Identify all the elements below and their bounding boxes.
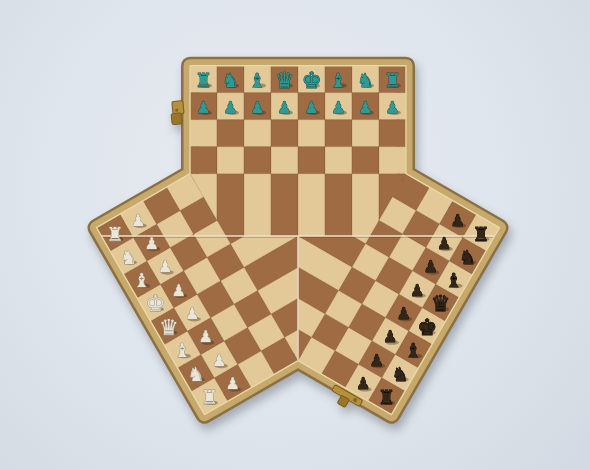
teal-knight[interactable]: ♞: [222, 69, 239, 91]
white-rook[interactable]: ♜: [106, 223, 123, 245]
top-cell-r3-f8[interactable]: [379, 120, 406, 147]
black-pawn[interactable]: ♟: [410, 281, 426, 300]
svg-text:♝: ♝: [249, 69, 266, 91]
black-bishop[interactable]: ♝: [446, 269, 463, 291]
svg-text:♜: ♜: [378, 386, 395, 408]
svg-text:♟: ♟: [196, 98, 210, 117]
svg-text:♟: ♟: [185, 304, 199, 323]
top-cell-r4-f7[interactable]: [352, 147, 379, 174]
svg-text:♟: ♟: [424, 257, 438, 276]
svg-text:♟: ♟: [370, 351, 384, 370]
top-cell-r4-f6[interactable]: [325, 147, 352, 174]
three-player-chess-board: ♜♟♞♟♝♟♛♟♚♟♝♟♞♟♜♟♜♟♞♟♝♟♛♟♚♟♝♟♞♟♜♟♜♟♞♟♝♟♛♟…: [0, 0, 590, 470]
svg-text:♟: ♟: [383, 327, 397, 346]
white-pawn[interactable]: ♟: [131, 211, 147, 230]
top-cell-r4-f3[interactable]: [244, 147, 271, 174]
white-pawn[interactable]: ♟: [145, 234, 161, 253]
top-cell-r3-f6[interactable]: [325, 120, 352, 147]
svg-text:♞: ♞: [187, 363, 204, 385]
teal-queen[interactable]: ♛: [275, 68, 295, 93]
black-rook[interactable]: ♜: [378, 386, 395, 408]
black-king[interactable]: ♚: [417, 315, 437, 340]
top-cell-r4-f1[interactable]: [190, 147, 217, 174]
top-cell-r3-f3[interactable]: [244, 120, 271, 147]
teal-pawn[interactable]: ♟: [196, 98, 212, 117]
teal-pawn[interactable]: ♟: [223, 98, 239, 117]
white-queen[interactable]: ♛: [159, 315, 179, 340]
svg-text:♚: ♚: [417, 315, 437, 340]
teal-pawn[interactable]: ♟: [277, 98, 293, 117]
black-queen[interactable]: ♛: [431, 291, 451, 316]
black-pawn[interactable]: ♟: [356, 374, 372, 393]
teal-bishop[interactable]: ♝: [330, 69, 347, 91]
svg-text:♜: ♜: [473, 223, 490, 245]
svg-text:♛: ♛: [275, 68, 295, 93]
svg-text:♟: ♟: [145, 234, 159, 253]
black-bishop[interactable]: ♝: [405, 339, 422, 361]
svg-text:♟: ♟: [223, 98, 237, 117]
svg-text:♞: ♞: [392, 363, 409, 385]
teal-rook[interactable]: ♜: [384, 69, 401, 91]
svg-text:♟: ♟: [304, 98, 318, 117]
top-cell-r3-f2[interactable]: [217, 120, 244, 147]
svg-text:♟: ♟: [158, 257, 172, 276]
svg-text:♟: ♟: [397, 304, 411, 323]
black-pawn[interactable]: ♟: [370, 351, 386, 370]
top-cell-r3-f5[interactable]: [298, 120, 325, 147]
svg-text:♞: ♞: [222, 69, 239, 91]
top-cell-r4-f5[interactable]: [298, 147, 325, 174]
teal-pawn[interactable]: ♟: [358, 98, 374, 117]
svg-text:♝: ♝: [133, 269, 150, 291]
white-rook[interactable]: ♜: [201, 386, 218, 408]
svg-text:♜: ♜: [195, 69, 212, 91]
svg-text:♟: ♟: [277, 98, 291, 117]
top-cell-r4-f4[interactable]: [271, 147, 298, 174]
white-pawn[interactable]: ♟: [226, 374, 242, 393]
svg-text:♝: ♝: [174, 339, 191, 361]
white-knight[interactable]: ♞: [187, 363, 204, 385]
photo-stage: ♜♟♞♟♝♟♛♟♚♟♝♟♞♟♜♟♜♟♞♟♝♟♛♟♚♟♝♟♞♟♜♟♜♟♞♟♝♟♛♟…: [0, 0, 590, 470]
teal-rook[interactable]: ♜: [195, 69, 212, 91]
svg-text:♚: ♚: [146, 291, 166, 316]
teal-pawn[interactable]: ♟: [304, 98, 320, 117]
white-knight[interactable]: ♞: [120, 246, 137, 268]
teal-king[interactable]: ♚: [302, 68, 322, 93]
top-cell-r3-f7[interactable]: [352, 120, 379, 147]
svg-text:♟: ♟: [172, 281, 186, 300]
teal-pawn[interactable]: ♟: [385, 98, 401, 117]
svg-text:♟: ♟: [437, 234, 451, 253]
white-pawn[interactable]: ♟: [185, 304, 201, 323]
svg-text:♜: ♜: [106, 223, 123, 245]
white-king[interactable]: ♚: [146, 291, 166, 316]
white-pawn[interactable]: ♟: [158, 257, 174, 276]
svg-text:♞: ♞: [459, 246, 476, 268]
top-cell-r3-f1[interactable]: [190, 120, 217, 147]
teal-pawn[interactable]: ♟: [331, 98, 347, 117]
white-pawn[interactable]: ♟: [199, 327, 215, 346]
teal-bishop[interactable]: ♝: [249, 69, 266, 91]
black-pawn[interactable]: ♟: [424, 257, 440, 276]
top-cell-r4-f2[interactable]: [217, 147, 244, 174]
black-knight[interactable]: ♞: [392, 363, 409, 385]
white-bishop[interactable]: ♝: [133, 269, 150, 291]
black-pawn[interactable]: ♟: [437, 234, 453, 253]
svg-text:♟: ♟: [226, 374, 240, 393]
teal-pawn[interactable]: ♟: [250, 98, 266, 117]
svg-text:♛: ♛: [159, 315, 179, 340]
svg-text:♟: ♟: [358, 98, 372, 117]
svg-text:♟: ♟: [451, 211, 465, 230]
black-pawn[interactable]: ♟: [397, 304, 413, 323]
top-cell-r4-f8[interactable]: [379, 147, 406, 174]
white-pawn[interactable]: ♟: [212, 351, 228, 370]
board-group: ♜♟♞♟♝♟♛♟♚♟♝♟♞♟♜♟♜♟♞♟♝♟♛♟♚♟♝♟♞♟♜♟♜♟♞♟♝♟♛♟…: [97, 66, 500, 415]
svg-text:♞: ♞: [357, 69, 374, 91]
svg-text:♞: ♞: [120, 246, 137, 268]
svg-text:♟: ♟: [331, 98, 345, 117]
white-pawn[interactable]: ♟: [172, 281, 188, 300]
svg-text:♟: ♟: [212, 351, 226, 370]
top-cell-r3-f4[interactable]: [271, 120, 298, 147]
svg-text:♟: ♟: [199, 327, 213, 346]
svg-text:♟: ♟: [385, 98, 399, 117]
white-bishop[interactable]: ♝: [174, 339, 191, 361]
svg-text:♟: ♟: [410, 281, 424, 300]
svg-text:♜: ♜: [384, 69, 401, 91]
svg-text:♚: ♚: [302, 68, 322, 93]
black-pawn[interactable]: ♟: [451, 211, 467, 230]
svg-text:♟: ♟: [250, 98, 264, 117]
svg-text:♝: ♝: [446, 269, 463, 291]
svg-text:♜: ♜: [201, 386, 218, 408]
svg-text:♛: ♛: [431, 291, 451, 316]
black-knight[interactable]: ♞: [459, 246, 476, 268]
svg-text:♟: ♟: [356, 374, 370, 393]
teal-knight[interactable]: ♞: [357, 69, 374, 91]
black-rook[interactable]: ♜: [473, 223, 490, 245]
svg-text:♟: ♟: [131, 211, 145, 230]
svg-text:♝: ♝: [405, 339, 422, 361]
svg-text:♝: ♝: [330, 69, 347, 91]
black-pawn[interactable]: ♟: [383, 327, 399, 346]
